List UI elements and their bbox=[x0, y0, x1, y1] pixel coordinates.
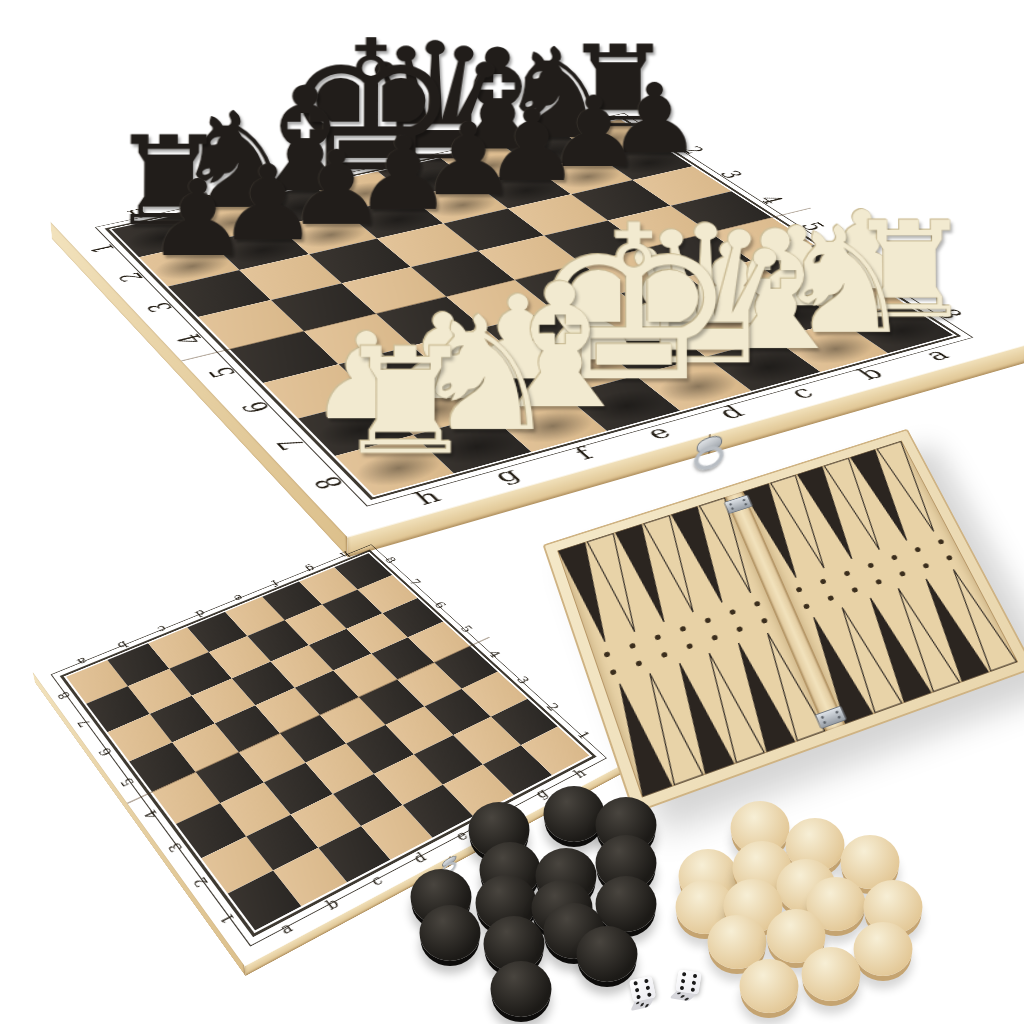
coordinate-label: 6 bbox=[97, 746, 115, 758]
board-square bbox=[434, 646, 498, 689]
coordinate-label: 8 bbox=[56, 690, 74, 701]
coordinate-label: 7 bbox=[76, 717, 94, 729]
coordinate-label: a bbox=[278, 920, 296, 937]
coordinate-label: 5 bbox=[458, 624, 475, 634]
coordinate-label: 1 bbox=[86, 242, 119, 255]
coordinate-label: 2 bbox=[191, 875, 211, 890]
coordinate-label: 4 bbox=[485, 649, 502, 659]
coordinate-label: e bbox=[231, 593, 245, 603]
coordinate-label: 4 bbox=[172, 331, 208, 346]
hinge-icon bbox=[724, 494, 753, 514]
backgammon-case-open bbox=[543, 429, 1024, 814]
die-pip bbox=[692, 981, 697, 986]
die-pip bbox=[676, 992, 681, 995]
checker-disc-natural bbox=[767, 909, 826, 963]
coordinate-label: h bbox=[338, 549, 352, 559]
checker-disc-natural bbox=[841, 835, 900, 889]
die-pip bbox=[680, 985, 685, 990]
coordinate-label: f bbox=[495, 808, 510, 821]
black-pawn-piece: ♟ bbox=[145, 166, 249, 271]
die-pip bbox=[680, 995, 685, 998]
coordinate-label: d bbox=[193, 608, 208, 619]
die-pip bbox=[645, 1004, 649, 1007]
coordinate-label: 8 bbox=[382, 556, 398, 565]
checker-disc-natural bbox=[777, 859, 836, 913]
coordinate-label: 4 bbox=[142, 807, 161, 820]
coordinate-label: 3 bbox=[142, 300, 177, 314]
checker-disc-natural bbox=[724, 879, 783, 933]
coordinate-label: 5 bbox=[119, 776, 138, 789]
coordinate-label: 6 bbox=[432, 601, 448, 611]
coordinate-label: d bbox=[411, 850, 429, 866]
coordinate-label: 3 bbox=[166, 840, 186, 854]
checker-disc-natural bbox=[786, 818, 845, 872]
die-pip bbox=[646, 985, 651, 990]
backgammon-case bbox=[520, 380, 1024, 820]
coordinate-label: c bbox=[368, 873, 385, 888]
checker-disc-natural bbox=[740, 959, 799, 1013]
die-front-face bbox=[669, 991, 696, 1001]
die-pip bbox=[635, 988, 640, 993]
die-pip bbox=[647, 992, 652, 997]
coordinate-label: a bbox=[75, 656, 89, 667]
die-pip bbox=[684, 998, 689, 1001]
coordinate-label: 6 bbox=[237, 399, 275, 415]
coordinate-label: f bbox=[269, 578, 280, 587]
checker-disc-natural bbox=[802, 947, 861, 1001]
coordinate-label: 3 bbox=[715, 169, 747, 180]
die-pip bbox=[640, 1003, 644, 1006]
coordinate-label: a bbox=[920, 346, 954, 363]
checker-disc-natural bbox=[733, 841, 792, 895]
die-pip bbox=[635, 1001, 639, 1004]
white-rook-piece: ♜ bbox=[333, 328, 477, 474]
coordinate-label: 5 bbox=[204, 364, 241, 379]
hinge-icon bbox=[815, 705, 847, 729]
checker-disc-natural bbox=[807, 877, 866, 931]
checker-disc-natural bbox=[864, 880, 923, 934]
coordinate-label: c bbox=[155, 623, 169, 634]
coordinate-label: 7 bbox=[272, 435, 311, 452]
coordinate-label: g bbox=[303, 563, 317, 573]
coordinate-label: b bbox=[115, 639, 130, 650]
die-pip bbox=[633, 981, 638, 986]
checker-disc-natural bbox=[854, 922, 913, 976]
product-photo-stage: Wooden 3-in-1 game set: chess board with… bbox=[0, 0, 1024, 1024]
coordinate-label: 2 bbox=[113, 270, 147, 283]
coordinate-label: e bbox=[453, 829, 471, 844]
coordinate-label: b bbox=[323, 896, 342, 913]
die-pip bbox=[691, 987, 696, 992]
die-front-face bbox=[630, 998, 654, 1011]
coordinate-label: 7 bbox=[406, 578, 422, 587]
die-pip bbox=[636, 994, 641, 999]
coordinate-label: 1 bbox=[218, 911, 239, 926]
